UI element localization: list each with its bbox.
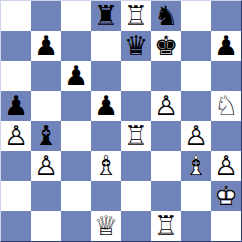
square-a1[interactable] xyxy=(1,211,31,241)
white-bishop-piece: ♝♗ xyxy=(181,151,211,181)
black-pawn-piece: ♟ xyxy=(211,31,241,61)
square-b6[interactable] xyxy=(31,61,61,91)
board-container: ♜♜♖♞♟♛♚♟♟♟♟♟♙♞♘♟♙♝♜♖♟♙♟♙♝♗♝♗♟♙♚♔♛♕♜♖ xyxy=(0,0,242,242)
square-c8[interactable] xyxy=(61,1,91,31)
piece-fill-glyph: ♝ xyxy=(181,151,211,181)
square-g1[interactable] xyxy=(181,211,211,241)
square-f8[interactable]: ♞ xyxy=(151,1,181,31)
square-h1[interactable] xyxy=(211,211,241,241)
square-g4[interactable]: ♟♙ xyxy=(181,121,211,151)
square-b7[interactable]: ♟ xyxy=(31,31,61,61)
white-bishop-piece: ♝♗ xyxy=(91,151,121,181)
piece-fill-glyph: ♛ xyxy=(91,211,121,241)
piece-outline-glyph: ♔ xyxy=(211,181,241,211)
square-e1[interactable] xyxy=(121,211,151,241)
white-rook-piece: ♜♖ xyxy=(121,1,151,31)
white-pawn-piece: ♟♙ xyxy=(151,91,181,121)
square-c1[interactable] xyxy=(61,211,91,241)
piece-outline-glyph: ♖ xyxy=(121,1,151,31)
square-e5[interactable] xyxy=(121,91,151,121)
piece-fill-glyph: ♛ xyxy=(121,31,151,61)
square-f2[interactable] xyxy=(151,181,181,211)
square-a5[interactable]: ♟ xyxy=(1,91,31,121)
white-knight-piece: ♞♘ xyxy=(211,91,241,121)
square-b8[interactable] xyxy=(31,1,61,31)
square-h5[interactable]: ♞♘ xyxy=(211,91,241,121)
square-d4[interactable] xyxy=(91,121,121,151)
piece-fill-glyph: ♜ xyxy=(91,1,121,31)
square-b3[interactable]: ♟♙ xyxy=(31,151,61,181)
piece-fill-glyph: ♟ xyxy=(31,31,61,61)
piece-fill-glyph: ♞ xyxy=(211,91,241,121)
black-queen-piece: ♛ xyxy=(121,31,151,61)
square-h3[interactable]: ♟♙ xyxy=(211,151,241,181)
square-g3[interactable]: ♝♗ xyxy=(181,151,211,181)
black-pawn-piece: ♟ xyxy=(1,91,31,121)
square-e4[interactable]: ♜♖ xyxy=(121,121,151,151)
piece-outline-glyph: ♙ xyxy=(181,121,211,151)
black-pawn-piece: ♟ xyxy=(91,91,121,121)
square-d5[interactable]: ♟ xyxy=(91,91,121,121)
square-h7[interactable]: ♟ xyxy=(211,31,241,61)
square-c5[interactable] xyxy=(61,91,91,121)
square-a2[interactable] xyxy=(1,181,31,211)
square-f7[interactable]: ♚ xyxy=(151,31,181,61)
square-c7[interactable] xyxy=(61,31,91,61)
piece-fill-glyph: ♟ xyxy=(211,31,241,61)
square-g5[interactable] xyxy=(181,91,211,121)
square-a7[interactable] xyxy=(1,31,31,61)
white-queen-piece: ♛♕ xyxy=(91,211,121,241)
piece-fill-glyph: ♜ xyxy=(121,1,151,31)
white-rook-piece: ♜♖ xyxy=(151,211,181,241)
square-e2[interactable] xyxy=(121,181,151,211)
piece-fill-glyph: ♝ xyxy=(31,121,61,151)
square-h6[interactable] xyxy=(211,61,241,91)
square-f1[interactable]: ♜♖ xyxy=(151,211,181,241)
white-pawn-piece: ♟♙ xyxy=(211,151,241,181)
piece-fill-glyph: ♟ xyxy=(61,61,91,91)
square-b2[interactable] xyxy=(31,181,61,211)
piece-fill-glyph: ♟ xyxy=(211,151,241,181)
square-g8[interactable] xyxy=(181,1,211,31)
square-h4[interactable] xyxy=(211,121,241,151)
square-f3[interactable] xyxy=(151,151,181,181)
piece-outline-glyph: ♗ xyxy=(181,151,211,181)
white-king-piece: ♚♔ xyxy=(211,181,241,211)
square-e8[interactable]: ♜♖ xyxy=(121,1,151,31)
square-c6[interactable]: ♟ xyxy=(61,61,91,91)
square-e3[interactable] xyxy=(121,151,151,181)
piece-outline-glyph: ♘ xyxy=(211,91,241,121)
white-pawn-piece: ♟♙ xyxy=(31,151,61,181)
piece-outline-glyph: ♗ xyxy=(91,151,121,181)
black-king-piece: ♚ xyxy=(151,31,181,61)
square-f4[interactable] xyxy=(151,121,181,151)
white-rook-piece: ♜♖ xyxy=(121,121,151,151)
piece-fill-glyph: ♝ xyxy=(91,151,121,181)
square-e7[interactable]: ♛ xyxy=(121,31,151,61)
square-d7[interactable] xyxy=(91,31,121,61)
chess-board[interactable]: ♜♜♖♞♟♛♚♟♟♟♟♟♙♞♘♟♙♝♜♖♟♙♟♙♝♗♝♗♟♙♚♔♛♕♜♖ xyxy=(0,0,242,242)
square-d8[interactable]: ♜ xyxy=(91,1,121,31)
square-c2[interactable] xyxy=(61,181,91,211)
white-pawn-piece: ♟♙ xyxy=(181,121,211,151)
piece-fill-glyph: ♚ xyxy=(151,31,181,61)
piece-outline-glyph: ♙ xyxy=(31,151,61,181)
piece-fill-glyph: ♟ xyxy=(1,121,31,151)
square-d2[interactable] xyxy=(91,181,121,211)
piece-fill-glyph: ♟ xyxy=(91,91,121,121)
square-b1[interactable] xyxy=(31,211,61,241)
piece-fill-glyph: ♞ xyxy=(151,1,181,31)
square-d3[interactable]: ♝♗ xyxy=(91,151,121,181)
square-c3[interactable] xyxy=(61,151,91,181)
piece-fill-glyph: ♟ xyxy=(151,91,181,121)
piece-outline-glyph: ♖ xyxy=(151,211,181,241)
black-bishop-piece: ♝ xyxy=(31,121,61,151)
square-g7[interactable] xyxy=(181,31,211,61)
square-e6[interactable] xyxy=(121,61,151,91)
black-pawn-piece: ♟ xyxy=(61,61,91,91)
square-f6[interactable] xyxy=(151,61,181,91)
black-knight-piece: ♞ xyxy=(151,1,181,31)
piece-outline-glyph: ♙ xyxy=(211,151,241,181)
piece-outline-glyph: ♙ xyxy=(1,121,31,151)
square-a3[interactable] xyxy=(1,151,31,181)
square-h8[interactable] xyxy=(211,1,241,31)
square-a8[interactable] xyxy=(1,1,31,31)
piece-fill-glyph: ♟ xyxy=(31,151,61,181)
piece-outline-glyph: ♙ xyxy=(151,91,181,121)
black-pawn-piece: ♟ xyxy=(31,31,61,61)
square-a6[interactable] xyxy=(1,61,31,91)
piece-fill-glyph: ♚ xyxy=(211,181,241,211)
square-f5[interactable]: ♟♙ xyxy=(151,91,181,121)
square-g6[interactable] xyxy=(181,61,211,91)
square-g2[interactable] xyxy=(181,181,211,211)
piece-outline-glyph: ♖ xyxy=(121,121,151,151)
piece-fill-glyph: ♜ xyxy=(121,121,151,151)
square-b5[interactable] xyxy=(31,91,61,121)
black-rook-piece: ♜ xyxy=(91,1,121,31)
square-b4[interactable]: ♝ xyxy=(31,121,61,151)
white-pawn-piece: ♟♙ xyxy=(1,121,31,151)
piece-outline-glyph: ♕ xyxy=(91,211,121,241)
square-c4[interactable] xyxy=(61,121,91,151)
piece-fill-glyph: ♟ xyxy=(181,121,211,151)
square-a4[interactable]: ♟♙ xyxy=(1,121,31,151)
square-h2[interactable]: ♚♔ xyxy=(211,181,241,211)
piece-fill-glyph: ♟ xyxy=(1,91,31,121)
square-d6[interactable] xyxy=(91,61,121,91)
square-d1[interactable]: ♛♕ xyxy=(91,211,121,241)
piece-fill-glyph: ♜ xyxy=(151,211,181,241)
